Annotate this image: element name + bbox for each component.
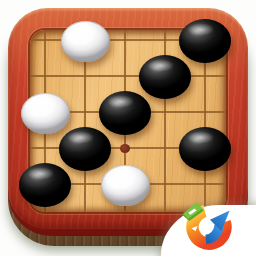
gomoku-app-icon[interactable]: [0, 0, 256, 256]
grid-hline: [30, 111, 226, 113]
grid-hline: [30, 39, 226, 41]
go-board: [30, 30, 226, 212]
grid-hline: [30, 75, 226, 77]
tencent-games-logo-icon: [179, 197, 241, 251]
grid-hline: [30, 183, 226, 185]
star-point-dot: [120, 144, 130, 153]
